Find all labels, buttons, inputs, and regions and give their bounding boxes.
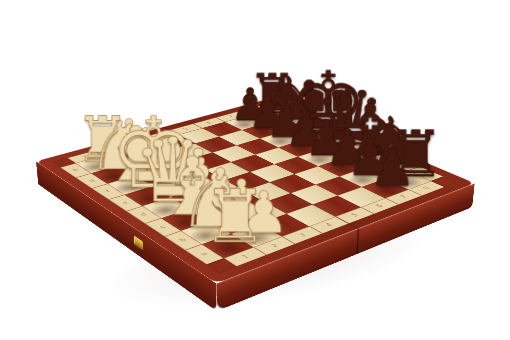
fold-seam-front (356, 228, 359, 254)
coordinate-label: 7 (399, 195, 408, 199)
brass-clasp (134, 235, 143, 250)
product-photo-stage: 12345678h♜♟♟♜hg♞♟♟♞gf♝♟♟♝fe♚♟♟♚ed♛♟♟♛dc♝… (0, 0, 510, 340)
coordinate-label: a (200, 252, 210, 257)
coordinate-label: 5 (350, 213, 359, 217)
coordinate-label: 1 (240, 254, 250, 259)
coordinate-label: 6 (375, 204, 384, 208)
white-rook[interactable]: ♜ (163, 183, 306, 250)
piece-glyph: ♟ (369, 144, 416, 192)
border-cell: 5 (336, 207, 375, 223)
piece-glyph: ♜ (202, 183, 267, 250)
black-pawn[interactable]: ♟ (329, 144, 456, 192)
